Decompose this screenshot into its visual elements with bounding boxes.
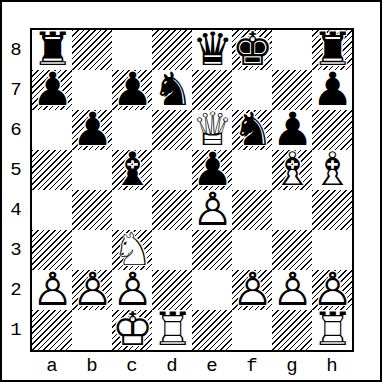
black-rook-backing: ♜: [32, 30, 72, 70]
file-label-f: f: [232, 354, 272, 378]
black-bishop-icon: ♝: [112, 150, 152, 190]
square-f3[interactable]: [232, 230, 272, 270]
black-queen-backing: ♛: [192, 30, 232, 70]
square-g7[interactable]: [272, 70, 312, 110]
file-label-d: d: [152, 354, 192, 378]
square-a5[interactable]: [32, 150, 72, 190]
white-bishop-icon: ♗: [312, 150, 352, 190]
square-c1[interactable]: ♚♔: [112, 310, 152, 350]
square-b4[interactable]: [72, 190, 112, 230]
square-a4[interactable]: [32, 190, 72, 230]
rank-label-2: 2: [4, 270, 28, 310]
square-c7[interactable]: ♟♟: [112, 70, 152, 110]
square-a2[interactable]: ♟♙: [32, 270, 72, 310]
black-rook-icon: ♜: [312, 30, 352, 70]
square-h8[interactable]: ♜♜: [312, 30, 352, 70]
rank-label-6: 6: [4, 110, 28, 150]
file-label-b: b: [72, 354, 112, 378]
black-pawn-icon: ♟: [312, 70, 352, 110]
black-knight-icon: ♞: [152, 70, 192, 110]
square-g6[interactable]: ♟♟: [272, 110, 312, 150]
square-h6[interactable]: [312, 110, 352, 150]
square-b1[interactable]: [72, 310, 112, 350]
square-e7[interactable]: [192, 70, 232, 110]
square-e2[interactable]: [192, 270, 232, 310]
white-king-icon: ♔: [112, 310, 152, 350]
square-g8[interactable]: [272, 30, 312, 70]
square-e4[interactable]: ♟♙: [192, 190, 232, 230]
chess-diagram: 87654321 ♜♜♛♛♚♚♜♜♟♟♟♟♞♞♟♟♟♟♛♕♞♞♟♟♝♝♟♟♝♗♝…: [0, 0, 382, 382]
square-f4[interactable]: [232, 190, 272, 230]
black-king-backing: ♚: [232, 30, 272, 70]
square-d5[interactable]: [152, 150, 192, 190]
black-king-icon: ♚: [232, 30, 272, 70]
square-f8[interactable]: ♚♚: [232, 30, 272, 70]
rank-label-7: 7: [4, 70, 28, 110]
square-e1[interactable]: [192, 310, 232, 350]
square-g5[interactable]: ♝♗: [272, 150, 312, 190]
black-pawn-backing: ♟: [192, 150, 232, 190]
white-knight-icon: ♘: [112, 230, 152, 270]
black-pawn-backing: ♟: [32, 70, 72, 110]
square-g1[interactable]: [272, 310, 312, 350]
black-pawn-backing: ♟: [272, 110, 312, 150]
square-h4[interactable]: [312, 190, 352, 230]
square-a7[interactable]: ♟♟: [32, 70, 72, 110]
white-pawn-icon: ♙: [232, 270, 272, 310]
black-pawn-icon: ♟: [192, 150, 232, 190]
white-rook-backing: ♜: [152, 310, 192, 350]
square-a8[interactable]: ♜♜: [32, 30, 72, 70]
square-f2[interactable]: ♟♙: [232, 270, 272, 310]
file-labels: abcdefgh: [32, 354, 352, 378]
file-label-c: c: [112, 354, 152, 378]
black-queen-icon: ♛: [192, 30, 232, 70]
rank-label-8: 8: [4, 30, 28, 70]
white-pawn-icon: ♙: [32, 270, 72, 310]
square-h1[interactable]: ♜♖: [312, 310, 352, 350]
rank-labels: 87654321: [4, 30, 28, 350]
rank-label-4: 4: [4, 190, 28, 230]
white-bishop-backing: ♝: [312, 150, 352, 190]
square-f1[interactable]: [232, 310, 272, 350]
square-c8[interactable]: [112, 30, 152, 70]
square-g2[interactable]: ♟♙: [272, 270, 312, 310]
black-rook-backing: ♜: [312, 30, 352, 70]
square-d1[interactable]: ♜♖: [152, 310, 192, 350]
square-g4[interactable]: [272, 190, 312, 230]
file-label-g: g: [272, 354, 312, 378]
square-h2[interactable]: ♟♙: [312, 270, 352, 310]
white-pawn-backing: ♟: [72, 270, 112, 310]
square-d2[interactable]: [152, 270, 192, 310]
square-f7[interactable]: [232, 70, 272, 110]
white-knight-backing: ♞: [112, 230, 152, 270]
square-h5[interactable]: ♝♗: [312, 150, 352, 190]
square-b6[interactable]: ♟♟: [72, 110, 112, 150]
rank-label-5: 5: [4, 150, 28, 190]
square-c3[interactable]: ♞♘: [112, 230, 152, 270]
black-pawn-icon: ♟: [112, 70, 152, 110]
file-label-h: h: [312, 354, 352, 378]
white-pawn-backing: ♟: [112, 270, 152, 310]
white-rook-icon: ♖: [312, 310, 352, 350]
white-pawn-icon: ♙: [192, 190, 232, 230]
square-h3[interactable]: [312, 230, 352, 270]
white-pawn-icon: ♙: [312, 270, 352, 310]
square-c6[interactable]: [112, 110, 152, 150]
square-d7[interactable]: ♞♞: [152, 70, 192, 110]
white-pawn-backing: ♟: [232, 270, 272, 310]
square-f5[interactable]: [232, 150, 272, 190]
square-h7[interactable]: ♟♟: [312, 70, 352, 110]
white-pawn-backing: ♟: [32, 270, 72, 310]
square-f6[interactable]: ♞♞: [232, 110, 272, 150]
file-label-e: e: [192, 354, 232, 378]
black-pawn-backing: ♟: [112, 70, 152, 110]
white-pawn-backing: ♟: [272, 270, 312, 310]
square-b5[interactable]: [72, 150, 112, 190]
black-knight-backing: ♞: [152, 70, 192, 110]
square-b8[interactable]: [72, 30, 112, 70]
square-d4[interactable]: [152, 190, 192, 230]
square-d3[interactable]: [152, 230, 192, 270]
square-d8[interactable]: [152, 30, 192, 70]
rank-label-1: 1: [4, 310, 28, 350]
square-e8[interactable]: ♛♛: [192, 30, 232, 70]
rank-label-3: 3: [4, 230, 28, 270]
square-b3[interactable]: [72, 230, 112, 270]
square-a6[interactable]: [32, 110, 72, 150]
square-b2[interactable]: ♟♙: [72, 270, 112, 310]
square-e5[interactable]: ♟♟: [192, 150, 232, 190]
square-c2[interactable]: ♟♙: [112, 270, 152, 310]
black-pawn-backing: ♟: [72, 110, 112, 150]
white-bishop-backing: ♝: [272, 150, 312, 190]
square-d6[interactable]: [152, 110, 192, 150]
white-rook-backing: ♜: [312, 310, 352, 350]
white-bishop-icon: ♗: [272, 150, 312, 190]
white-queen-backing: ♛: [192, 110, 232, 150]
square-e3[interactable]: [192, 230, 232, 270]
chess-board: ♜♜♛♛♚♚♜♜♟♟♟♟♞♞♟♟♟♟♛♕♞♞♟♟♝♝♟♟♝♗♝♗♟♙♞♘♟♙♟♙…: [30, 28, 354, 352]
black-knight-backing: ♞: [232, 110, 272, 150]
white-pawn-icon: ♙: [272, 270, 312, 310]
square-a3[interactable]: [32, 230, 72, 270]
black-rook-icon: ♜: [32, 30, 72, 70]
square-e6[interactable]: ♛♕: [192, 110, 232, 150]
black-pawn-icon: ♟: [32, 70, 72, 110]
black-bishop-backing: ♝: [112, 150, 152, 190]
white-pawn-icon: ♙: [112, 270, 152, 310]
white-pawn-icon: ♙: [72, 270, 112, 310]
square-c4[interactable]: [112, 190, 152, 230]
square-b7[interactable]: [72, 70, 112, 110]
black-pawn-icon: ♟: [272, 110, 312, 150]
black-knight-icon: ♞: [232, 110, 272, 150]
white-queen-icon: ♕: [192, 110, 232, 150]
square-a1[interactable]: [32, 310, 72, 350]
white-rook-icon: ♖: [152, 310, 192, 350]
black-pawn-icon: ♟: [72, 110, 112, 150]
square-c5[interactable]: ♝♝: [112, 150, 152, 190]
white-pawn-backing: ♟: [192, 190, 232, 230]
square-g3[interactable]: [272, 230, 312, 270]
white-pawn-backing: ♟: [312, 270, 352, 310]
black-pawn-backing: ♟: [312, 70, 352, 110]
file-label-a: a: [32, 354, 72, 378]
white-king-backing: ♚: [112, 310, 152, 350]
